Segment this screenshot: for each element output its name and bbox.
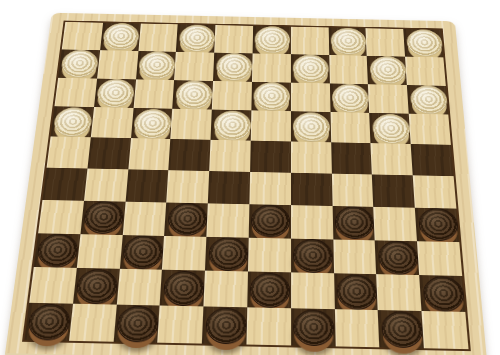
dark-piece[interactable] [422,275,465,311]
cream-piece[interactable] [330,27,366,55]
dark-piece[interactable] [336,274,377,310]
board-square[interactable] [251,81,290,111]
board-square[interactable] [291,26,329,54]
board-square[interactable] [128,138,171,170]
board-square[interactable] [77,233,123,268]
dark-piece[interactable] [205,307,247,344]
cream-piece[interactable] [175,80,213,109]
board-square[interactable] [331,142,372,174]
board-square[interactable] [329,83,369,113]
board-square[interactable] [246,307,290,345]
dark-piece[interactable] [116,305,160,342]
board-square[interactable] [415,207,459,241]
dark-piece[interactable] [122,235,164,270]
board-square[interactable] [249,204,291,238]
board-square[interactable] [291,82,330,112]
board-square[interactable] [248,237,291,272]
cream-piece[interactable] [138,51,176,79]
board-square[interactable] [54,77,97,107]
dark-piece[interactable] [163,270,205,306]
dark-piece[interactable] [27,303,72,340]
board-square[interactable] [42,167,87,200]
board-square[interactable] [249,171,290,204]
board-square[interactable] [62,21,103,49]
board-square[interactable] [100,22,140,50]
board-square[interactable] [122,201,166,235]
board-square[interactable] [419,275,465,312]
board-square[interactable] [131,108,173,139]
board-square[interactable] [403,29,443,57]
board-square[interactable] [174,51,214,80]
dark-piece[interactable] [208,236,249,271]
board-square[interactable] [167,170,210,203]
cream-piece[interactable] [369,56,406,84]
board-square[interactable] [209,139,250,171]
board-square[interactable] [372,174,415,207]
board-square[interactable] [164,202,208,236]
board-square[interactable] [291,172,332,205]
board-square[interactable] [116,269,162,306]
board-square[interactable] [374,206,418,240]
board-square[interactable] [252,53,291,82]
board-square[interactable] [214,25,253,53]
board-square[interactable] [332,205,375,239]
board-square[interactable] [162,235,206,270]
board-square[interactable] [91,107,134,138]
dark-piece[interactable] [167,202,208,235]
board-square[interactable] [158,305,204,343]
board-square[interactable] [251,110,291,141]
board-square[interactable] [87,137,130,169]
dark-piece[interactable] [75,268,119,304]
board-square[interactable] [113,304,160,342]
board-square[interactable] [247,271,291,308]
photo-canvas [0,0,500,355]
board-square[interactable] [253,25,291,53]
cream-piece[interactable] [133,108,172,138]
cream-piece[interactable] [255,26,291,54]
board-square[interactable] [331,173,373,206]
dark-piece[interactable] [293,308,334,345]
board-square[interactable] [171,109,212,140]
board-square[interactable] [413,175,456,208]
board-square[interactable] [291,54,330,83]
board-square[interactable] [333,239,377,274]
board-square[interactable] [136,50,177,79]
board-square[interactable] [211,109,252,140]
board-square[interactable] [422,311,469,349]
dark-piece[interactable] [417,207,458,240]
board-square[interactable] [51,106,94,137]
cream-piece[interactable] [215,52,252,80]
board-square[interactable] [409,113,451,144]
board-square[interactable] [329,54,368,83]
dark-piece[interactable] [335,206,375,239]
board-square[interactable] [377,274,422,311]
board-square[interactable] [291,204,333,238]
board-square[interactable] [69,303,117,341]
board-square[interactable] [73,268,120,305]
cream-piece[interactable] [332,83,369,112]
board-square[interactable] [207,203,250,237]
board-grid [22,20,471,351]
board-square[interactable] [94,78,136,108]
board-square[interactable] [29,267,76,304]
board-square[interactable] [169,139,211,171]
cream-piece[interactable] [96,78,135,107]
board-square[interactable] [291,272,335,309]
board-square[interactable] [205,236,249,271]
board-square[interactable] [58,49,100,78]
board-square[interactable] [160,270,205,307]
board-square[interactable] [291,141,332,173]
dark-piece[interactable] [250,272,291,308]
board-square[interactable] [405,56,446,85]
cream-piece[interactable] [60,49,99,77]
dark-piece[interactable] [36,233,80,268]
board-square[interactable] [202,306,247,344]
board-square[interactable] [47,136,91,168]
board-square[interactable] [173,79,214,109]
board-square[interactable] [407,84,448,114]
board-square[interactable] [213,52,252,81]
board-square[interactable] [204,270,248,307]
board-square[interactable] [138,23,178,51]
board-square[interactable] [291,238,334,273]
board-square[interactable] [34,232,81,267]
cream-piece[interactable] [372,113,411,143]
board-square[interactable] [212,80,252,110]
dark-piece[interactable] [83,200,125,233]
board-square[interactable] [371,143,413,175]
board-square[interactable] [38,199,84,233]
board-square[interactable] [119,234,164,269]
cream-piece[interactable] [179,24,216,52]
board-square[interactable] [208,171,250,204]
board-scene [0,0,500,355]
board-square[interactable] [417,240,462,275]
dark-piece[interactable] [378,240,419,275]
cream-piece[interactable] [409,85,448,114]
cream-piece[interactable] [213,110,251,140]
board-square[interactable] [411,144,454,176]
dark-piece[interactable] [381,310,424,347]
board-square[interactable] [370,113,411,144]
board-square[interactable] [375,240,419,275]
board-square[interactable] [125,169,168,202]
board-square[interactable] [84,168,128,201]
board-square[interactable] [328,27,367,55]
board-square[interactable] [366,28,405,56]
board-square[interactable] [330,112,371,143]
board-square[interactable] [291,111,331,142]
board-square[interactable] [334,309,379,347]
board-square[interactable] [97,50,138,79]
board-square[interactable] [291,308,335,346]
cream-piece[interactable] [293,111,330,141]
board-square[interactable] [133,79,174,109]
board-square[interactable] [24,302,72,340]
cream-piece[interactable] [254,81,291,110]
dark-piece[interactable] [251,204,290,237]
draughts-board [4,12,488,355]
board-square[interactable] [368,83,409,113]
cream-piece[interactable] [102,23,140,51]
dark-piece[interactable] [293,238,333,273]
board-square[interactable] [378,310,424,348]
board-square[interactable] [250,140,291,172]
board-square[interactable] [334,273,378,310]
cream-piece[interactable] [53,106,93,136]
cream-piece[interactable] [293,54,329,82]
cream-piece[interactable] [406,29,443,57]
board-square[interactable] [80,200,125,234]
board-square[interactable] [176,24,215,52]
board-square[interactable] [367,55,407,84]
